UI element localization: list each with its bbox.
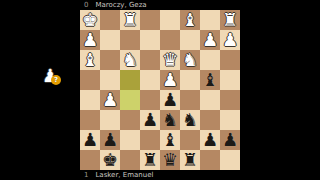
square-c7[interactable] [180, 130, 200, 150]
square-e3[interactable] [140, 50, 160, 70]
square-b7[interactable]: ♟ [200, 130, 220, 150]
white-knight: ♞ [180, 50, 200, 70]
black-rook: ♜ [140, 150, 160, 170]
square-d1[interactable] [160, 10, 180, 30]
square-a1[interactable]: ♜ [220, 10, 240, 30]
black-pawn: ♟ [220, 130, 240, 150]
square-c2[interactable] [180, 30, 200, 50]
square-b3[interactable] [200, 50, 220, 70]
black-rook: ♜ [180, 150, 200, 170]
player-top: 0 Maroczy, Geza [84, 0, 147, 10]
square-b8[interactable] [200, 150, 220, 170]
black-knight: ♞ [160, 110, 180, 130]
square-b5[interactable] [200, 90, 220, 110]
square-a2[interactable]: ♟ [220, 30, 240, 50]
square-e2[interactable] [140, 30, 160, 50]
black-pawn: ♟ [140, 110, 160, 130]
black-pawn: ♟ [80, 130, 100, 150]
square-e5[interactable] [140, 90, 160, 110]
letterbox-left [0, 0, 80, 180]
white-queen: ♛ [160, 50, 180, 70]
square-a5[interactable] [220, 90, 240, 110]
white-pawn: ♟ [100, 90, 120, 110]
score-bottom: 1 [84, 170, 88, 180]
square-a3[interactable] [220, 50, 240, 70]
square-h8[interactable] [80, 150, 100, 170]
square-a8[interactable] [220, 150, 240, 170]
white-king: ♚ [80, 10, 100, 30]
square-f5[interactable] [120, 90, 140, 110]
square-e6[interactable]: ♟ [140, 110, 160, 130]
letterbox-right [240, 0, 320, 180]
player-name-top: Maroczy, Geza [95, 0, 146, 10]
square-d8[interactable]: ♛ [160, 150, 180, 170]
black-pawn: ♟ [200, 130, 220, 150]
white-pawn: ♟ [80, 30, 100, 50]
square-h4[interactable] [80, 70, 100, 90]
square-g7[interactable]: ♟ [100, 130, 120, 150]
score-top: 0 [84, 0, 88, 10]
black-knight: ♞ [180, 110, 200, 130]
square-c4[interactable] [180, 70, 200, 90]
square-f3[interactable]: ♞ [120, 50, 140, 70]
black-bishop: ♝ [160, 130, 180, 150]
square-e8[interactable]: ♜ [140, 150, 160, 170]
square-b1[interactable] [200, 10, 220, 30]
chess-broadcast-frame: 0 Maroczy, Geza ♚♜♝♜♟♟♟♝♞♛♞♟♝♟♟♟♞♞♟♟♝♟♟♚… [0, 0, 320, 180]
black-king: ♚ [100, 150, 120, 170]
square-g4[interactable] [100, 70, 120, 90]
square-e4[interactable] [140, 70, 160, 90]
black-pawn: ♟ [160, 90, 180, 110]
square-h2[interactable]: ♟ [80, 30, 100, 50]
white-pawn: ♟ [200, 30, 220, 50]
square-b2[interactable]: ♟ [200, 30, 220, 50]
square-c1[interactable]: ♝ [180, 10, 200, 30]
chess-board[interactable]: ♚♜♝♜♟♟♟♝♞♛♞♟♝♟♟♟♞♞♟♟♝♟♟♚♜♛♜ [80, 10, 240, 170]
square-g1[interactable] [100, 10, 120, 30]
square-d3[interactable]: ♛ [160, 50, 180, 70]
white-knight: ♞ [120, 50, 140, 70]
square-b6[interactable] [200, 110, 220, 130]
square-f4[interactable] [120, 70, 140, 90]
black-pawn: ♟ [100, 130, 120, 150]
square-a6[interactable] [220, 110, 240, 130]
black-queen: ♛ [160, 150, 180, 170]
white-rook: ♜ [120, 10, 140, 30]
square-g3[interactable] [100, 50, 120, 70]
square-g2[interactable] [100, 30, 120, 50]
player-name-bottom: Lasker, Emanuel [95, 170, 153, 180]
square-f2[interactable] [120, 30, 140, 50]
square-c3[interactable]: ♞ [180, 50, 200, 70]
square-g5[interactable]: ♟ [100, 90, 120, 110]
square-c6[interactable]: ♞ [180, 110, 200, 130]
square-e1[interactable] [140, 10, 160, 30]
square-g6[interactable] [100, 110, 120, 130]
square-h7[interactable]: ♟ [80, 130, 100, 150]
square-h3[interactable]: ♝ [80, 50, 100, 70]
square-f8[interactable] [120, 150, 140, 170]
square-a7[interactable]: ♟ [220, 130, 240, 150]
white-rook: ♜ [220, 10, 240, 30]
square-e7[interactable] [140, 130, 160, 150]
square-d4[interactable]: ♟ [160, 70, 180, 90]
square-d5[interactable]: ♟ [160, 90, 180, 110]
white-bishop: ♝ [180, 10, 200, 30]
square-c5[interactable] [180, 90, 200, 110]
white-pawn: ♟ [160, 70, 180, 90]
square-f6[interactable] [120, 110, 140, 130]
square-f7[interactable] [120, 130, 140, 150]
square-g8[interactable]: ♚ [100, 150, 120, 170]
black-bishop: ♝ [200, 70, 220, 90]
square-b4[interactable]: ♝ [200, 70, 220, 90]
square-h1[interactable]: ♚ [80, 10, 100, 30]
square-f1[interactable]: ♜ [120, 10, 140, 30]
white-pawn: ♟ [220, 30, 240, 50]
player-bottom: 1 Lasker, Emanuel [84, 170, 153, 180]
white-bishop: ♝ [80, 50, 100, 70]
square-h6[interactable] [80, 110, 100, 130]
square-c8[interactable]: ♜ [180, 150, 200, 170]
square-d2[interactable] [160, 30, 180, 50]
square-h5[interactable] [80, 90, 100, 110]
mistake-annotation-badge: ? [51, 75, 61, 85]
square-d6[interactable]: ♞ [160, 110, 180, 130]
square-a4[interactable] [220, 70, 240, 90]
square-d7[interactable]: ♝ [160, 130, 180, 150]
